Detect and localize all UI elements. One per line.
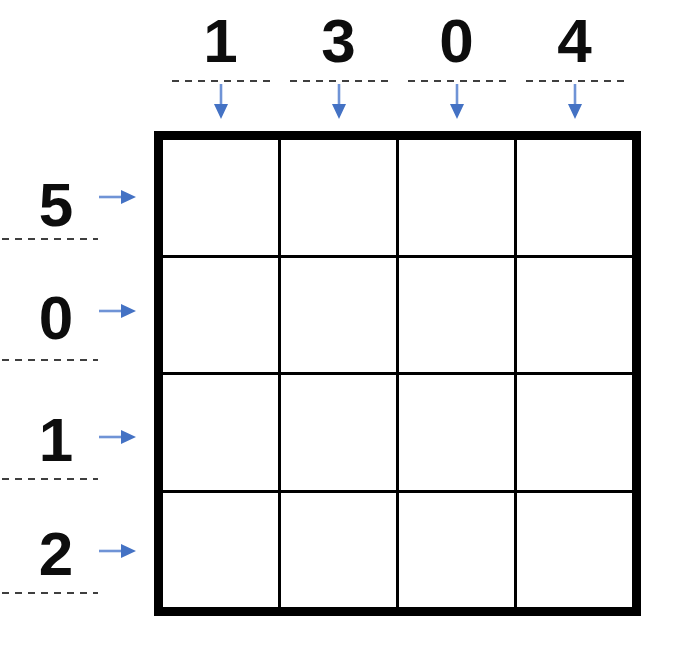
cell-r2-c4[interactable] xyxy=(517,258,632,373)
puzzle-canvas: 1304 5012 xyxy=(0,0,686,652)
cell-r1-c4[interactable] xyxy=(517,140,632,255)
cell-r2-c2[interactable] xyxy=(281,258,396,373)
col-clue-number-2: 3 xyxy=(291,8,387,74)
cell-r2-c3[interactable] xyxy=(399,258,514,373)
down-arrow-icon-col-3 xyxy=(448,84,466,124)
row-clue-dash-3 xyxy=(2,478,98,480)
cell-r2-c1[interactable] xyxy=(163,258,278,373)
puzzle-grid xyxy=(154,131,641,616)
col-clue-dash-3 xyxy=(408,80,506,82)
col-clue-number-1: 1 xyxy=(173,8,269,74)
cell-r1-c3[interactable] xyxy=(399,140,514,255)
right-arrow-icon-row-2 xyxy=(99,302,137,324)
right-arrow-icon-row-3 xyxy=(99,428,137,450)
col-clue-number-4: 4 xyxy=(527,8,623,74)
cell-r3-c1[interactable] xyxy=(163,375,278,490)
cell-r3-c4[interactable] xyxy=(517,375,632,490)
row-clue-number-4: 2 xyxy=(8,521,104,587)
cell-r4-c2[interactable] xyxy=(281,493,396,608)
col-clue-dash-1 xyxy=(172,80,270,82)
row-clue-dash-4 xyxy=(2,592,98,594)
row-clue-number-2: 0 xyxy=(8,285,104,351)
cell-r4-c4[interactable] xyxy=(517,493,632,608)
col-clue-dash-2 xyxy=(290,80,388,82)
row-clue-dash-2 xyxy=(2,359,98,361)
down-arrow-icon-col-1 xyxy=(212,84,230,124)
cell-r1-c2[interactable] xyxy=(281,140,396,255)
cell-r3-c3[interactable] xyxy=(399,375,514,490)
right-arrow-icon-row-1 xyxy=(99,188,137,210)
down-arrow-icon-col-2 xyxy=(330,84,348,124)
col-clue-number-3: 0 xyxy=(409,8,505,74)
cell-r4-c3[interactable] xyxy=(399,493,514,608)
cell-r3-c2[interactable] xyxy=(281,375,396,490)
right-arrow-icon-row-4 xyxy=(99,542,137,564)
row-clue-number-1: 5 xyxy=(8,172,104,238)
row-clue-number-3: 1 xyxy=(8,407,104,473)
col-clue-dash-4 xyxy=(526,80,624,82)
cell-r1-c1[interactable] xyxy=(163,140,278,255)
down-arrow-icon-col-4 xyxy=(566,84,584,124)
cell-r4-c1[interactable] xyxy=(163,493,278,608)
row-clue-dash-1 xyxy=(2,238,98,240)
